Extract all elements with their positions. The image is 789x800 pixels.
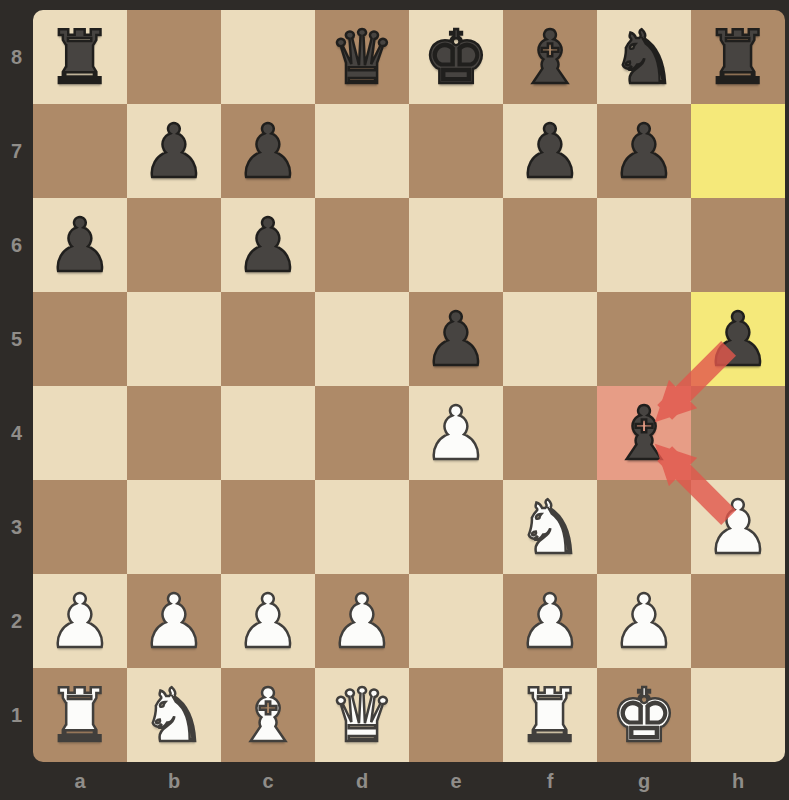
square-d2[interactable]: ♟ xyxy=(315,574,409,668)
piece-black-king[interactable]: ♚ xyxy=(409,10,503,104)
square-e3[interactable] xyxy=(409,480,503,574)
square-f4[interactable] xyxy=(503,386,597,480)
piece-white-bishop[interactable]: ♝ xyxy=(221,668,315,762)
square-d6[interactable] xyxy=(315,198,409,292)
square-a5[interactable] xyxy=(33,292,127,386)
square-c6[interactable]: ♟ xyxy=(221,198,315,292)
board-grid: ♜♛♚♝♞♜♟♟♟♟♟♟♟♟♟♝♞♟♟♟♟♟♟♟♜♞♝♛♜♚ xyxy=(33,10,785,762)
square-h8[interactable]: ♜ xyxy=(691,10,785,104)
file-label-a: a xyxy=(33,762,127,800)
piece-white-knight[interactable]: ♞ xyxy=(127,668,221,762)
square-g6[interactable] xyxy=(597,198,691,292)
square-f6[interactable] xyxy=(503,198,597,292)
square-f5[interactable] xyxy=(503,292,597,386)
square-a2[interactable]: ♟ xyxy=(33,574,127,668)
square-f7[interactable]: ♟ xyxy=(503,104,597,198)
square-e7[interactable] xyxy=(409,104,503,198)
square-g2[interactable]: ♟ xyxy=(597,574,691,668)
square-a1[interactable]: ♜ xyxy=(33,668,127,762)
piece-white-pawn[interactable]: ♟ xyxy=(409,386,503,480)
square-f2[interactable]: ♟ xyxy=(503,574,597,668)
piece-white-king[interactable]: ♚ xyxy=(597,668,691,762)
square-d4[interactable] xyxy=(315,386,409,480)
piece-white-pawn[interactable]: ♟ xyxy=(127,574,221,668)
square-h2[interactable] xyxy=(691,574,785,668)
piece-white-pawn[interactable]: ♟ xyxy=(33,574,127,668)
piece-black-pawn[interactable]: ♟ xyxy=(409,292,503,386)
square-g8[interactable]: ♞ xyxy=(597,10,691,104)
square-c8[interactable] xyxy=(221,10,315,104)
piece-black-knight[interactable]: ♞ xyxy=(597,10,691,104)
square-f8[interactable]: ♝ xyxy=(503,10,597,104)
square-h4[interactable] xyxy=(691,386,785,480)
piece-black-pawn[interactable]: ♟ xyxy=(221,198,315,292)
square-e5[interactable]: ♟ xyxy=(409,292,503,386)
square-g5[interactable] xyxy=(597,292,691,386)
square-d1[interactable]: ♛ xyxy=(315,668,409,762)
piece-white-queen[interactable]: ♛ xyxy=(315,668,409,762)
square-h3[interactable]: ♟ xyxy=(691,480,785,574)
square-h7[interactable] xyxy=(691,104,785,198)
square-d5[interactable] xyxy=(315,292,409,386)
piece-white-pawn[interactable]: ♟ xyxy=(597,574,691,668)
square-d7[interactable] xyxy=(315,104,409,198)
rank-label-5: 5 xyxy=(0,292,33,386)
square-b7[interactable]: ♟ xyxy=(127,104,221,198)
square-e1[interactable] xyxy=(409,668,503,762)
square-b2[interactable]: ♟ xyxy=(127,574,221,668)
square-c3[interactable] xyxy=(221,480,315,574)
square-c5[interactable] xyxy=(221,292,315,386)
square-d3[interactable] xyxy=(315,480,409,574)
square-c1[interactable]: ♝ xyxy=(221,668,315,762)
square-h6[interactable] xyxy=(691,198,785,292)
piece-white-rook[interactable]: ♜ xyxy=(33,668,127,762)
square-e4[interactable]: ♟ xyxy=(409,386,503,480)
square-f3[interactable]: ♞ xyxy=(503,480,597,574)
piece-black-pawn[interactable]: ♟ xyxy=(33,198,127,292)
rank-label-2: 2 xyxy=(0,574,33,668)
rank-label-7: 7 xyxy=(0,104,33,198)
piece-black-rook[interactable]: ♜ xyxy=(691,10,785,104)
square-h5[interactable]: ♟ xyxy=(691,292,785,386)
file-label-g: g xyxy=(597,762,691,800)
piece-black-pawn[interactable]: ♟ xyxy=(127,104,221,198)
square-c7[interactable]: ♟ xyxy=(221,104,315,198)
square-b4[interactable] xyxy=(127,386,221,480)
square-g7[interactable]: ♟ xyxy=(597,104,691,198)
piece-white-pawn[interactable]: ♟ xyxy=(691,480,785,574)
square-e6[interactable] xyxy=(409,198,503,292)
chess-app-background: { "game": "chess", "position": { "fen": … xyxy=(0,0,789,800)
piece-white-pawn[interactable]: ♟ xyxy=(503,574,597,668)
file-label-b: b xyxy=(127,762,221,800)
piece-black-pawn[interactable]: ♟ xyxy=(221,104,315,198)
file-label-c: c xyxy=(221,762,315,800)
square-a4[interactable] xyxy=(33,386,127,480)
square-b3[interactable] xyxy=(127,480,221,574)
square-b6[interactable] xyxy=(127,198,221,292)
piece-black-pawn[interactable]: ♟ xyxy=(691,292,785,386)
square-d8[interactable]: ♛ xyxy=(315,10,409,104)
piece-white-pawn[interactable]: ♟ xyxy=(315,574,409,668)
square-g4[interactable]: ♝ xyxy=(597,386,691,480)
file-label-f: f xyxy=(503,762,597,800)
square-b8[interactable] xyxy=(127,10,221,104)
rank-label-6: 6 xyxy=(0,198,33,292)
square-f1[interactable]: ♜ xyxy=(503,668,597,762)
piece-white-pawn[interactable]: ♟ xyxy=(221,574,315,668)
square-e8[interactable]: ♚ xyxy=(409,10,503,104)
square-g1[interactable]: ♚ xyxy=(597,668,691,762)
file-label-e: e xyxy=(409,762,503,800)
square-a6[interactable]: ♟ xyxy=(33,198,127,292)
file-label-h: h xyxy=(691,762,785,800)
rank-label-4: 4 xyxy=(0,386,33,480)
piece-black-rook[interactable]: ♜ xyxy=(33,10,127,104)
square-c4[interactable] xyxy=(221,386,315,480)
piece-black-queen[interactable]: ♛ xyxy=(315,10,409,104)
square-a8[interactable]: ♜ xyxy=(33,10,127,104)
square-b5[interactable] xyxy=(127,292,221,386)
piece-black-pawn[interactable]: ♟ xyxy=(503,104,597,198)
square-g3[interactable] xyxy=(597,480,691,574)
rank-label-8: 8 xyxy=(0,10,33,104)
piece-black-pawn[interactable]: ♟ xyxy=(597,104,691,198)
rank-label-3: 3 xyxy=(0,480,33,574)
square-a3[interactable] xyxy=(33,480,127,574)
piece-black-bishop[interactable]: ♝ xyxy=(597,386,691,480)
square-e2[interactable] xyxy=(409,574,503,668)
chess-board[interactable]: ♜♛♚♝♞♜♟♟♟♟♟♟♟♟♟♝♞♟♟♟♟♟♟♟♜♞♝♛♜♚ xyxy=(33,10,785,762)
square-b1[interactable]: ♞ xyxy=(127,668,221,762)
square-a7[interactable] xyxy=(33,104,127,198)
square-c2[interactable]: ♟ xyxy=(221,574,315,668)
rank-label-1: 1 xyxy=(0,668,33,762)
piece-black-bishop[interactable]: ♝ xyxy=(503,10,597,104)
file-label-d: d xyxy=(315,762,409,800)
last-move-highlight-h7 xyxy=(691,104,785,198)
piece-white-rook[interactable]: ♜ xyxy=(503,668,597,762)
piece-white-knight[interactable]: ♞ xyxy=(503,480,597,574)
square-h1[interactable] xyxy=(691,668,785,762)
